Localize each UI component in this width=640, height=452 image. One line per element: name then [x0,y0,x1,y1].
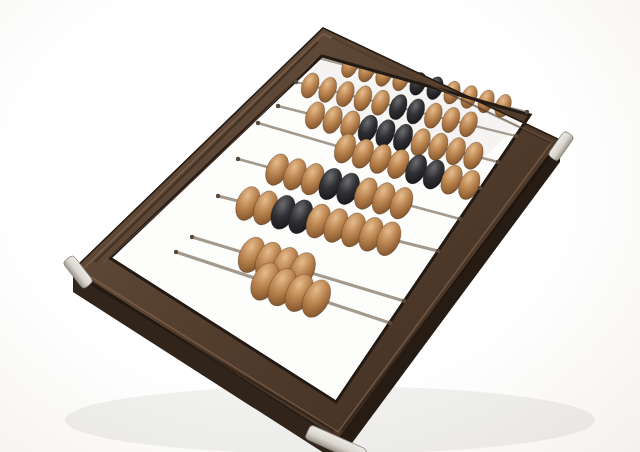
wire-hole-right [478,186,482,190]
abacus-board [0,0,640,452]
abacus-render [0,0,640,452]
wire-hole-right [388,321,392,325]
wire-hole-left [294,80,298,84]
wire-hole-right [402,299,406,303]
wire-hole-left [216,194,220,198]
wire-hole-right [525,110,529,114]
wire-hole-left [256,121,260,125]
wire-hole-left [174,250,178,254]
wire-hole-right [514,134,518,138]
abacus-photo [0,0,640,452]
wire-hole-left [236,157,240,161]
wire-hole-right [436,249,440,253]
wire-hole-left [312,55,316,59]
wire-hole-right [496,160,500,164]
wire-hole-right [458,217,462,221]
wire-hole-left [190,235,194,239]
wire-hole-left [276,104,280,108]
